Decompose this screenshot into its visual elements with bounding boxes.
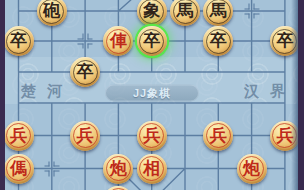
piece-black-soldier[interactable]: 卒 bbox=[137, 26, 167, 56]
piece-character: 卒 bbox=[137, 32, 167, 49]
piece-character: 炮 bbox=[103, 160, 133, 177]
piece-black-soldier[interactable]: 卒 bbox=[4, 26, 34, 56]
piece-red-soldier[interactable]: 兵 bbox=[4, 121, 34, 151]
piece-red-soldier[interactable]: 兵 bbox=[203, 121, 233, 151]
piece-character: 兵 bbox=[4, 127, 34, 144]
piece-red-horse[interactable]: 傌 bbox=[4, 154, 34, 184]
piece-red-cannon[interactable]: 炮 bbox=[103, 154, 133, 184]
point-marker bbox=[78, 34, 93, 49]
piece-character: 兵 bbox=[137, 127, 167, 144]
piece-red-soldier[interactable]: 兵 bbox=[70, 121, 100, 151]
river-text-han-jie: 汉界 bbox=[244, 82, 296, 101]
xiangqi-board[interactable]: 楚河 汉界 JJ象棋 砲象馬馬卒俥卒卒卒卒兵兵兵兵兵傌炮相炮 bbox=[0, 0, 304, 190]
piece-character: 俥 bbox=[103, 32, 133, 49]
piece-character: 象 bbox=[137, 2, 167, 19]
piece-character: 馬 bbox=[170, 2, 200, 19]
point-marker bbox=[44, 161, 59, 176]
piece-character: 兵 bbox=[203, 127, 233, 144]
app-logo-pill: JJ象棋 bbox=[105, 85, 199, 102]
board-frame-right bbox=[291, 0, 298, 190]
point-marker bbox=[244, 4, 259, 19]
piece-character: 馬 bbox=[203, 2, 233, 19]
piece-red-soldier[interactable]: 兵 bbox=[137, 121, 167, 151]
piece-character: 相 bbox=[137, 160, 167, 177]
river-text-chu-he: 楚河 bbox=[21, 82, 73, 101]
piece-character: 炮 bbox=[237, 160, 267, 177]
piece-black-soldier[interactable]: 卒 bbox=[203, 26, 233, 56]
piece-character: 傌 bbox=[4, 160, 34, 177]
piece-red-cannon[interactable]: 炮 bbox=[237, 154, 267, 184]
piece-character: 砲 bbox=[37, 2, 67, 19]
piece-red-rook[interactable]: 俥 bbox=[103, 26, 133, 56]
piece-red-elephant[interactable]: 相 bbox=[137, 154, 167, 184]
piece-character: 兵 bbox=[70, 127, 100, 144]
piece-black-soldier[interactable]: 卒 bbox=[70, 57, 100, 87]
piece-character: 卒 bbox=[203, 32, 233, 49]
piece-character: 卒 bbox=[70, 63, 100, 80]
screen-edge-left bbox=[0, 0, 5, 190]
screen-edge-right bbox=[298, 0, 304, 190]
piece-character: 卒 bbox=[4, 32, 34, 49]
app-logo-text: JJ象棋 bbox=[133, 86, 171, 101]
